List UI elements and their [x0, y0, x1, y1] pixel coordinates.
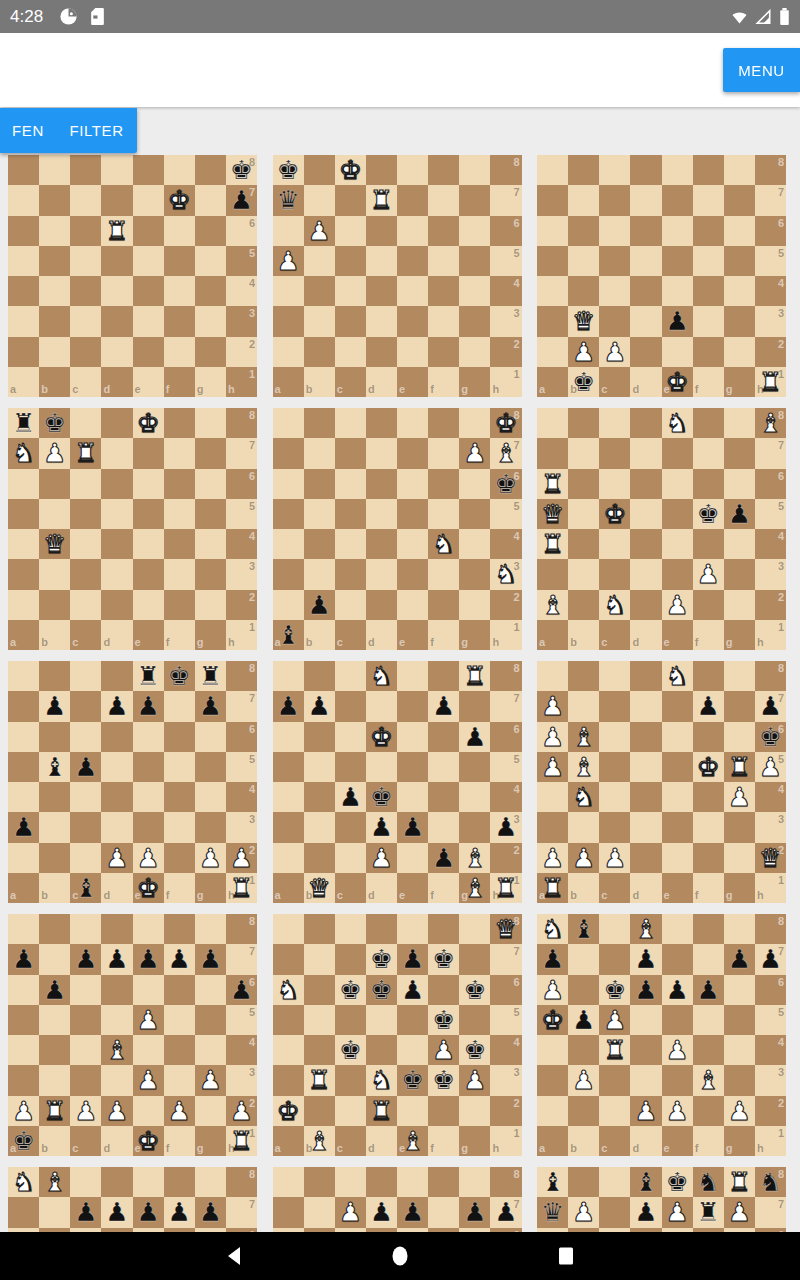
board-square	[366, 408, 397, 438]
rank-label: 4	[249, 1037, 255, 1048]
chess-piece: ♜	[603, 1037, 626, 1063]
fen-button[interactable]: FEN	[0, 108, 56, 153]
board-square: ♚	[366, 944, 397, 974]
board-square: ♟	[630, 1197, 661, 1227]
board-square: ♞	[693, 1167, 724, 1197]
rank-label: 3	[778, 561, 784, 572]
rank-label: 1	[513, 369, 519, 380]
board-square	[662, 469, 693, 499]
board-square	[133, 529, 164, 559]
board-square: ♝7	[490, 438, 521, 468]
board-square	[366, 752, 397, 782]
board-square	[70, 975, 101, 1005]
board-square: 8	[226, 1167, 257, 1197]
chess-piece: ♜	[541, 471, 564, 497]
board-square: ♟	[304, 590, 335, 620]
board-square	[133, 185, 164, 215]
board-square	[397, 722, 428, 752]
rank-label: 3	[513, 561, 519, 572]
board-square: d	[630, 873, 661, 903]
board-square: ♜	[8, 408, 39, 438]
chess-board-8[interactable]: ♞♜8♟♟♟7♚♟65♟♚4♟♟♟3♟♟♝2a♛bcdef♝g♜h1	[273, 661, 522, 903]
board-square: e	[397, 873, 428, 903]
file-label: e	[135, 1143, 141, 1154]
board-square	[693, 155, 724, 185]
board-square	[335, 661, 366, 691]
chess-piece: ♟	[697, 693, 720, 719]
board-square: 3	[755, 559, 786, 589]
board-square: ♚e	[133, 1126, 164, 1156]
board-square: ♟	[568, 843, 599, 873]
board-square: ♟	[101, 843, 132, 873]
board-square: ♟	[164, 1096, 195, 1126]
board-square	[568, 216, 599, 246]
board-square: ♚	[335, 1035, 366, 1065]
board-square: 4	[755, 276, 786, 306]
board-square: h1	[490, 620, 521, 650]
board-square	[304, 752, 335, 782]
board-square: b	[39, 1126, 70, 1156]
chess-board-5[interactable]: ♚8♟♝7♚65♞4♞3♟2♝abcdefgh1	[273, 408, 522, 650]
board-square: d	[366, 1126, 397, 1156]
wifi-icon	[731, 9, 748, 25]
board-square: ♟	[8, 1096, 39, 1126]
board-square	[335, 1065, 366, 1095]
board-square: 5	[755, 246, 786, 276]
rank-label: 6	[778, 724, 784, 735]
chess-piece: ♝	[463, 875, 486, 901]
rank-label: 8	[513, 916, 519, 927]
board-square	[397, 691, 428, 721]
rank-label: 7	[513, 946, 519, 957]
chess-piece: ♝	[463, 845, 486, 871]
board-square: a	[537, 620, 568, 650]
board-square	[568, 1096, 599, 1126]
file-label: g	[461, 890, 468, 901]
board-square	[195, 914, 226, 944]
board-square	[537, 1096, 568, 1126]
file-label: h	[492, 637, 499, 648]
rank-label: 6	[778, 218, 784, 229]
file-label: e	[135, 384, 141, 395]
chess-board-9[interactable]: ♞8♟♟♟7♟♝♚6♟♝♚♜♟5♞♟43♟♟♟♛2♜abcdefgh1	[537, 661, 786, 903]
board-square	[164, 691, 195, 721]
board-square: 8	[226, 914, 257, 944]
board-square	[397, 1167, 428, 1197]
board-square	[273, 914, 304, 944]
board-square: 7	[755, 438, 786, 468]
file-label: e	[135, 637, 141, 648]
board-square	[8, 529, 39, 559]
file-label: f	[430, 637, 434, 648]
board-square	[164, 975, 195, 1005]
board-square	[459, 752, 490, 782]
chess-piece: ♟	[759, 946, 782, 972]
file-label: c	[72, 637, 78, 648]
rank-label: 8	[249, 663, 255, 674]
board-square	[459, 1096, 490, 1126]
board-square: g	[195, 367, 226, 397]
board-square	[101, 337, 132, 367]
board-square: ♝	[630, 914, 661, 944]
chess-piece: ♝	[74, 875, 97, 901]
board-square: 6	[490, 216, 521, 246]
board-square	[724, 843, 755, 873]
board-square	[195, 337, 226, 367]
board-square	[101, 559, 132, 589]
board-square: 3	[490, 306, 521, 336]
board-square	[428, 812, 459, 842]
board-square	[428, 276, 459, 306]
board-square: d	[366, 367, 397, 397]
chess-piece: ♜	[370, 187, 393, 213]
board-square: ♚	[459, 975, 490, 1005]
board-square	[630, 559, 661, 589]
board-square	[195, 559, 226, 589]
filter-button[interactable]: FILTER	[56, 108, 137, 153]
chess-board-2[interactable]: ♚♚8♛♜7♟6♟5432abcdefgh1	[273, 155, 522, 397]
board-square	[70, 408, 101, 438]
board-square: ♟	[366, 843, 397, 873]
board-square	[537, 306, 568, 336]
file-label: h	[228, 384, 235, 395]
board-square	[428, 337, 459, 367]
board-square: ♟	[459, 1197, 490, 1227]
chess-piece: ♝	[634, 916, 657, 942]
board-square	[397, 1035, 428, 1065]
chess-board-7[interactable]: ♜♚♜8♟♟♟♟76♝♟54♟3♟♟♟♟2ab♝cd♚efg♜h1	[8, 661, 257, 903]
board-square	[568, 408, 599, 438]
board-square	[724, 337, 755, 367]
board-square	[599, 276, 630, 306]
file-label: g	[726, 637, 733, 648]
chess-board-12[interactable]: ♞♝♝8♟♟♟♟7♟♚♟♟♟6♚♟♟5♜♟4♟♝3♟♟♟2abcdefgh1	[537, 914, 786, 1156]
board-square: ♝	[693, 1065, 724, 1095]
rank-label: 8	[249, 410, 255, 421]
board-square: f	[693, 620, 724, 650]
file-label: h	[492, 890, 499, 901]
board-square	[662, 438, 693, 468]
board-square: ♟	[428, 1035, 459, 1065]
board-square	[537, 438, 568, 468]
board-square	[459, 691, 490, 721]
board-square: ♟	[724, 1096, 755, 1126]
chess-piece: ♚	[136, 1128, 159, 1154]
board-square: ♝c	[70, 873, 101, 903]
file-label: f	[166, 890, 170, 901]
chess-piece: ♟	[634, 1098, 657, 1124]
file-label: e	[664, 384, 670, 395]
board-square	[568, 661, 599, 691]
board-square	[459, 246, 490, 276]
board-square	[693, 782, 724, 812]
chess-piece: ♟	[43, 977, 66, 1003]
board-square	[630, 469, 661, 499]
board-square: ♚8	[226, 155, 257, 185]
board-square: ♚6	[755, 722, 786, 752]
board-square	[428, 782, 459, 812]
board-square	[101, 590, 132, 620]
board-square	[335, 438, 366, 468]
board-square: ♚	[599, 975, 630, 1005]
board-square: ♟	[8, 812, 39, 842]
rank-label: 4	[249, 278, 255, 289]
board-square	[70, 185, 101, 215]
board-square	[693, 914, 724, 944]
board-square	[428, 438, 459, 468]
file-label: f	[430, 1143, 434, 1154]
board-square	[39, 306, 70, 336]
board-square	[39, 185, 70, 215]
chess-piece: ♟	[759, 693, 782, 719]
board-square	[630, 812, 661, 842]
file-label: c	[72, 890, 78, 901]
chess-piece: ♟	[634, 1199, 657, 1225]
board-square: ♚	[335, 155, 366, 185]
board-square: 5	[755, 499, 786, 529]
home-icon[interactable]	[391, 1245, 409, 1267]
board-square	[335, 216, 366, 246]
board-square: ♜	[133, 661, 164, 691]
board-square: ♟	[39, 975, 70, 1005]
chess-piece: ♛	[572, 308, 595, 334]
chess-piece: ♟	[541, 845, 564, 871]
chess-piece: ♚	[168, 663, 191, 689]
board-square	[39, 782, 70, 812]
board-square	[537, 185, 568, 215]
board-square	[195, 306, 226, 336]
board-square	[195, 246, 226, 276]
board-square	[304, 246, 335, 276]
board-square: 7	[490, 944, 521, 974]
board-square	[164, 438, 195, 468]
chess-piece: ♟	[168, 1098, 191, 1124]
board-square	[304, 812, 335, 842]
board-square: 2	[226, 337, 257, 367]
board-square: ♚6	[490, 469, 521, 499]
board-square: ♟	[366, 812, 397, 842]
file-label: d	[632, 637, 639, 648]
board-square	[693, 590, 724, 620]
rank-label: 5	[778, 754, 784, 765]
menu-button[interactable]: MENU	[723, 48, 800, 92]
board-square: 5	[490, 1005, 521, 1035]
chess-piece: ♟	[74, 1199, 97, 1225]
chess-board-3[interactable]: 87654♛♟3♟♟2a♚bcd♚efg♜h1	[537, 155, 786, 397]
board-square	[164, 499, 195, 529]
board-square	[164, 216, 195, 246]
chess-piece: ♜	[728, 1169, 751, 1195]
board-square: d	[366, 873, 397, 903]
board-square: ♟	[39, 438, 70, 468]
board-square: ♟	[568, 1065, 599, 1095]
chess-piece: ♝	[276, 622, 299, 648]
board-square	[8, 1005, 39, 1035]
board-square: b	[568, 1126, 599, 1156]
board-square: 8	[755, 661, 786, 691]
board-square	[8, 661, 39, 691]
board-square: ♟	[70, 1096, 101, 1126]
rank-label: 5	[778, 248, 784, 259]
chess-piece: ♞	[665, 663, 688, 689]
board-square	[662, 155, 693, 185]
board-square: ♟	[537, 752, 568, 782]
board-square: ♚	[273, 1096, 304, 1126]
board-square: ♜	[70, 438, 101, 468]
board-square: 5	[490, 246, 521, 276]
chess-piece: ♜	[136, 663, 159, 689]
board-square	[304, 155, 335, 185]
rank-label: 4	[513, 531, 519, 542]
board-square	[8, 843, 39, 873]
chess-piece: ♜	[541, 531, 564, 557]
board-square	[8, 246, 39, 276]
board-square	[273, 843, 304, 873]
board-square	[70, 691, 101, 721]
board-square: ♜h1	[226, 1126, 257, 1156]
board-square	[366, 438, 397, 468]
board-square	[366, 691, 397, 721]
rank-label: 3	[249, 1067, 255, 1078]
board-square: ♟	[428, 843, 459, 873]
file-label: d	[103, 384, 110, 395]
chess-piece: ♟	[634, 946, 657, 972]
board-square	[397, 306, 428, 336]
chess-piece: ♟	[541, 754, 564, 780]
board-square: ♜	[537, 469, 568, 499]
board-square: ♟	[662, 1096, 693, 1126]
board-square	[70, 499, 101, 529]
chess-piece: ♚	[759, 724, 782, 750]
board-square: ♚e	[662, 367, 693, 397]
chess-piece: ♟	[665, 1037, 688, 1063]
rank-label: 7	[778, 693, 784, 704]
rank-label: 8	[513, 157, 519, 168]
chess-board-11[interactable]: ♛8♚♟♚7♞♚♚♟♚6♚5♚♟♚4♜♞♚♚♟3♚♜2a♝bcd♝efgh1	[273, 914, 522, 1156]
recents-icon[interactable]	[557, 1245, 575, 1267]
board-square	[630, 246, 661, 276]
chess-piece: ♚	[230, 157, 253, 183]
board-square	[662, 944, 693, 974]
board-square	[459, 914, 490, 944]
board-square	[164, 276, 195, 306]
board-square: ♜	[599, 1035, 630, 1065]
board-square	[133, 499, 164, 529]
file-label: c	[337, 890, 343, 901]
board-square: ♟	[630, 975, 661, 1005]
rank-label: 2	[249, 592, 255, 603]
chess-board-10[interactable]: 8♟♟♟♟♟♟7♟♟6♟5♝4♟♟3♟♜♟♟♟♟2♚abcd♚efg♜h1	[8, 914, 257, 1156]
board-square	[428, 722, 459, 752]
board-square: ♚	[693, 499, 724, 529]
board-square: ♜h1	[226, 873, 257, 903]
board-square	[70, 812, 101, 842]
chess-piece: ♟	[665, 1098, 688, 1124]
board-square: f	[164, 1126, 195, 1156]
chess-piece: ♞	[370, 1067, 393, 1093]
board-square: ♞	[599, 590, 630, 620]
board-square	[8, 722, 39, 752]
chess-board-6[interactable]: ♞♝87♜6♛♚♚♟5♜4♟3♝♞♟2abcdefgh1	[537, 408, 786, 650]
chess-board-1[interactable]: ♚8♚♟7♜65432abcdefgh1	[8, 155, 257, 397]
chess-piece: ♝	[634, 1169, 657, 1195]
board-square: ♟	[724, 782, 755, 812]
board-square	[273, 438, 304, 468]
chess-piece: ♛	[759, 845, 782, 871]
board-square	[568, 812, 599, 842]
rank-label: 8	[778, 663, 784, 674]
board-square	[133, 438, 164, 468]
chess-piece: ♟	[401, 946, 424, 972]
board-square: ♝	[537, 1167, 568, 1197]
board-square	[8, 216, 39, 246]
file-label: f	[430, 890, 434, 901]
board-square	[630, 1065, 661, 1095]
rank-label: 1	[513, 1128, 519, 1139]
chess-piece: ♟	[105, 946, 128, 972]
board-square: ♟	[164, 1197, 195, 1227]
board-square	[662, 337, 693, 367]
chess-piece: ♝	[697, 1067, 720, 1093]
chess-board-4[interactable]: ♜♚♚8♞♟♜765♛432abcdefgh1	[8, 408, 257, 650]
board-square: c	[335, 367, 366, 397]
board-square	[164, 812, 195, 842]
board-square	[630, 782, 661, 812]
chess-piece: ♝	[572, 724, 595, 750]
board-square	[366, 1035, 397, 1065]
board-square	[164, 722, 195, 752]
file-label: d	[632, 890, 639, 901]
board-square: ♟	[693, 559, 724, 589]
board-square	[724, 529, 755, 559]
board-square	[195, 529, 226, 559]
chess-piece: ♚	[432, 1007, 455, 1033]
board-square	[195, 1035, 226, 1065]
board-square: ♟	[164, 944, 195, 974]
board-square: a	[8, 873, 39, 903]
chess-piece: ♚	[697, 501, 720, 527]
board-square	[101, 782, 132, 812]
chess-piece: ♝	[105, 1037, 128, 1063]
board-square	[164, 914, 195, 944]
board-square: 6	[226, 722, 257, 752]
chess-piece: ♟	[401, 1199, 424, 1225]
back-icon[interactable]	[225, 1245, 243, 1267]
board-square	[428, 499, 459, 529]
chess-piece: ♚	[401, 1067, 424, 1093]
board-square	[599, 1096, 630, 1126]
board-square	[599, 944, 630, 974]
board-square	[366, 1167, 397, 1197]
rank-label: 2	[513, 592, 519, 603]
board-square: ♚a	[8, 1126, 39, 1156]
board-square: ♟	[70, 1197, 101, 1227]
board-square	[164, 782, 195, 812]
chess-piece: ♝	[43, 1169, 66, 1195]
board-square: ♟	[724, 499, 755, 529]
board-square: ♚	[133, 408, 164, 438]
chess-piece: ♟	[665, 308, 688, 334]
board-square	[8, 276, 39, 306]
board-square	[70, 843, 101, 873]
chess-piece: ♚	[370, 784, 393, 810]
board-square	[304, 782, 335, 812]
board-square: c	[335, 873, 366, 903]
board-square	[164, 246, 195, 276]
board-square	[39, 661, 70, 691]
board-square	[397, 559, 428, 589]
rank-label: 4	[778, 531, 784, 542]
